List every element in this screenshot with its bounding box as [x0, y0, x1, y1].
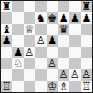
- square-h6[interactable]: [81, 24, 92, 35]
- piece-black-pawn[interactable]: ♟: [70, 13, 80, 24]
- piece-white-pawn[interactable]: ♙: [70, 69, 80, 80]
- square-a4[interactable]: [1, 47, 12, 58]
- piece-white-pawn[interactable]: ♙: [59, 69, 69, 80]
- piece-black-knight[interactable]: ♞: [36, 13, 46, 24]
- square-a3[interactable]: [1, 58, 12, 69]
- square-h8[interactable]: ♜: [81, 1, 92, 12]
- square-g4[interactable]: [69, 47, 80, 58]
- square-f6[interactable]: ♛: [58, 24, 69, 35]
- square-a5[interactable]: ♟: [1, 35, 12, 46]
- square-c4[interactable]: ♙: [24, 47, 35, 58]
- chess-board: ♜♜♞♚♟♟♟♝♕♛♟♙♟♟♙♘♙♙♙♙♖♔♗♖: [0, 0, 93, 93]
- piece-black-pawn[interactable]: ♟: [2, 35, 12, 46]
- square-g6[interactable]: [69, 24, 80, 35]
- square-g5[interactable]: [69, 35, 80, 46]
- square-d5[interactable]: ♙: [35, 35, 46, 46]
- square-b8[interactable]: [12, 1, 23, 12]
- square-c1[interactable]: [24, 81, 35, 92]
- square-b2[interactable]: [12, 69, 23, 80]
- square-d6[interactable]: [35, 24, 46, 35]
- square-f1[interactable]: ♗: [58, 81, 69, 92]
- piece-white-rook[interactable]: ♖: [81, 81, 91, 92]
- piece-white-queen[interactable]: ♕: [25, 24, 35, 35]
- square-e2[interactable]: [47, 69, 58, 80]
- square-c8[interactable]: [24, 1, 35, 12]
- square-f7[interactable]: ♟: [58, 12, 69, 23]
- piece-white-knight[interactable]: ♘: [13, 58, 23, 69]
- square-c3[interactable]: [24, 58, 35, 69]
- square-e4[interactable]: [47, 47, 58, 58]
- square-g7[interactable]: ♟: [69, 12, 80, 23]
- piece-white-pawn[interactable]: ♙: [81, 69, 91, 80]
- square-g3[interactable]: [69, 58, 80, 69]
- square-b1[interactable]: [12, 81, 23, 92]
- square-d8[interactable]: [35, 1, 46, 12]
- piece-black-bishop[interactable]: ♝: [2, 24, 12, 35]
- piece-white-pawn[interactable]: ♙: [25, 47, 35, 58]
- square-h5[interactable]: [81, 35, 92, 46]
- square-h3[interactable]: [81, 58, 92, 69]
- square-e1[interactable]: ♔: [47, 81, 58, 92]
- square-c6[interactable]: ♕: [24, 24, 35, 35]
- square-c5[interactable]: [24, 35, 35, 46]
- square-h1[interactable]: ♖: [81, 81, 92, 92]
- square-f2[interactable]: ♙: [58, 69, 69, 80]
- piece-white-king[interactable]: ♔: [47, 81, 57, 92]
- square-b3[interactable]: ♘: [12, 58, 23, 69]
- square-f4[interactable]: [58, 47, 69, 58]
- piece-black-queen[interactable]: ♛: [59, 24, 69, 35]
- piece-black-pawn[interactable]: ♟: [47, 35, 57, 46]
- piece-black-rook[interactable]: ♜: [2, 1, 12, 12]
- piece-black-pawn[interactable]: ♟: [59, 13, 69, 24]
- square-d3[interactable]: [35, 58, 46, 69]
- square-c2[interactable]: [24, 69, 35, 80]
- square-f8[interactable]: [58, 1, 69, 12]
- piece-black-pawn[interactable]: ♟: [13, 47, 23, 58]
- square-e8[interactable]: [47, 1, 58, 12]
- square-h7[interactable]: ♟: [81, 12, 92, 23]
- square-a8[interactable]: ♜: [1, 1, 12, 12]
- square-d7[interactable]: ♞: [35, 12, 46, 23]
- square-e5[interactable]: ♟: [47, 35, 58, 46]
- square-h4[interactable]: [81, 47, 92, 58]
- piece-white-pawn[interactable]: ♙: [47, 58, 57, 69]
- square-f3[interactable]: [58, 58, 69, 69]
- square-b7[interactable]: [12, 12, 23, 23]
- square-d2[interactable]: [35, 69, 46, 80]
- piece-black-pawn[interactable]: ♟: [81, 13, 91, 24]
- square-e6[interactable]: [47, 24, 58, 35]
- square-b4[interactable]: ♟: [12, 47, 23, 58]
- square-c7[interactable]: [24, 12, 35, 23]
- piece-white-rook[interactable]: ♖: [2, 81, 12, 92]
- square-d1[interactable]: [35, 81, 46, 92]
- square-e3[interactable]: ♙: [47, 58, 58, 69]
- piece-white-bishop[interactable]: ♗: [59, 81, 69, 92]
- square-b5[interactable]: [12, 35, 23, 46]
- square-a2[interactable]: [1, 69, 12, 80]
- square-e7[interactable]: ♚: [47, 12, 58, 23]
- square-a1[interactable]: ♖: [1, 81, 12, 92]
- square-g8[interactable]: [69, 1, 80, 12]
- square-a6[interactable]: ♝: [1, 24, 12, 35]
- square-h2[interactable]: ♙: [81, 69, 92, 80]
- piece-white-pawn[interactable]: ♙: [36, 35, 46, 46]
- square-a7[interactable]: [1, 12, 12, 23]
- piece-black-rook[interactable]: ♜: [81, 1, 91, 12]
- square-d4[interactable]: [35, 47, 46, 58]
- square-g2[interactable]: ♙: [69, 69, 80, 80]
- square-b6[interactable]: [12, 24, 23, 35]
- square-g1[interactable]: [69, 81, 80, 92]
- square-f5[interactable]: [58, 35, 69, 46]
- piece-black-king[interactable]: ♚: [47, 13, 57, 24]
